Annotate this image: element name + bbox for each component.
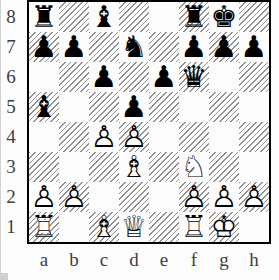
piece-white-pawn[interactable]: ♟♙ xyxy=(59,182,89,212)
square-h7[interactable]: ♟ xyxy=(239,32,269,62)
square-e1[interactable] xyxy=(149,212,179,242)
square-a8[interactable]: ♜ xyxy=(29,2,59,32)
piece-black-bishop[interactable]: ♝ xyxy=(89,2,119,32)
square-a2[interactable]: ♟♙ xyxy=(29,182,59,212)
square-a6[interactable] xyxy=(29,62,59,92)
square-b2[interactable]: ♟♙ xyxy=(59,182,89,212)
square-g3[interactable] xyxy=(209,152,239,182)
piece-black-pawn[interactable]: ♟ xyxy=(149,62,179,92)
square-a4[interactable] xyxy=(29,122,59,152)
piece-black-king[interactable]: ♚ xyxy=(209,2,239,32)
square-f8[interactable]: ♜ xyxy=(179,2,209,32)
square-e3[interactable] xyxy=(149,152,179,182)
square-h8[interactable] xyxy=(239,2,269,32)
chess-board: ♜♝♜♚♟♟♞♟♟♟♟♟♛♝♟♟♙♟♙♝♗♞♘♟♙♟♙♟♙♟♙♟♙♜♖♝♗♛♕♜… xyxy=(27,0,271,244)
piece-white-knight[interactable]: ♞♘ xyxy=(179,152,209,182)
piece-white-outline: ♗ xyxy=(119,152,149,182)
file-label-b: b xyxy=(59,247,89,273)
rank-label-4: 4 xyxy=(0,122,22,152)
piece-white-pawn[interactable]: ♟♙ xyxy=(209,182,239,212)
square-a5[interactable]: ♝ xyxy=(29,92,59,122)
square-a7[interactable]: ♟ xyxy=(29,32,59,62)
square-f5[interactable] xyxy=(179,92,209,122)
piece-black-pawn[interactable]: ♟ xyxy=(89,62,119,92)
rank-label-7: 7 xyxy=(0,32,22,62)
square-f2[interactable]: ♟♙ xyxy=(179,182,209,212)
file-labels: abcdefgh xyxy=(29,247,269,273)
rank-label-8: 8 xyxy=(0,2,22,32)
square-h1[interactable] xyxy=(239,212,269,242)
file-label-c: c xyxy=(89,247,119,273)
square-e5[interactable] xyxy=(149,92,179,122)
square-e8[interactable] xyxy=(149,2,179,32)
board-grid: ♜♝♜♚♟♟♞♟♟♟♟♟♛♝♟♟♙♟♙♝♗♞♘♟♙♟♙♟♙♟♙♟♙♜♖♝♗♛♕♜… xyxy=(29,2,269,242)
file-label-e: e xyxy=(149,247,179,273)
piece-white-outline: ♗ xyxy=(89,212,119,242)
piece-black-pawn[interactable]: ♟ xyxy=(239,32,269,62)
square-e7[interactable] xyxy=(149,32,179,62)
chess-diagram: 87654321 ♜♝♜♚♟♟♞♟♟♟♟♟♛♝♟♟♙♟♙♝♗♞♘♟♙♟♙♟♙♟♙… xyxy=(0,0,279,280)
file-label-h: h xyxy=(239,247,269,273)
square-c2[interactable] xyxy=(89,182,119,212)
square-g4[interactable] xyxy=(209,122,239,152)
square-b5[interactable] xyxy=(59,92,89,122)
piece-white-outline: ♙ xyxy=(29,182,59,212)
square-h2[interactable]: ♟♙ xyxy=(239,182,269,212)
square-d8[interactable] xyxy=(119,2,149,32)
square-c7[interactable] xyxy=(89,32,119,62)
square-f3[interactable]: ♞♘ xyxy=(179,152,209,182)
square-f6[interactable]: ♛ xyxy=(179,62,209,92)
piece-white-bishop[interactable]: ♝♗ xyxy=(119,152,149,182)
square-d6[interactable] xyxy=(119,62,149,92)
rank-label-2: 2 xyxy=(0,182,22,212)
square-d1[interactable]: ♛♕ xyxy=(119,212,149,242)
piece-white-outline: ♖ xyxy=(179,212,209,242)
piece-black-pawn[interactable]: ♟ xyxy=(209,32,239,62)
piece-black-pawn[interactable]: ♟ xyxy=(59,32,89,62)
square-d7[interactable]: ♞ xyxy=(119,32,149,62)
rank-label-3: 3 xyxy=(0,152,22,182)
file-label-d: d xyxy=(119,247,149,273)
piece-white-outline: ♙ xyxy=(119,122,149,152)
file-label-g: g xyxy=(209,247,239,273)
piece-black-bishop[interactable]: ♝ xyxy=(29,92,59,122)
rank-labels: 87654321 xyxy=(0,2,22,242)
piece-white-outline: ♖ xyxy=(29,212,59,242)
square-f1[interactable]: ♜♖ xyxy=(179,212,209,242)
square-f4[interactable] xyxy=(179,122,209,152)
square-g7[interactable]: ♟ xyxy=(209,32,239,62)
square-b4[interactable] xyxy=(59,122,89,152)
square-h6[interactable] xyxy=(239,62,269,92)
square-f7[interactable]: ♟ xyxy=(179,32,209,62)
file-label-f: f xyxy=(179,247,209,273)
piece-black-knight[interactable]: ♞ xyxy=(119,32,149,62)
square-a1[interactable]: ♜♖ xyxy=(29,212,59,242)
window-corner-artifact xyxy=(0,273,8,280)
square-e4[interactable] xyxy=(149,122,179,152)
piece-white-outline: ♘ xyxy=(179,152,209,182)
square-b7[interactable]: ♟ xyxy=(59,32,89,62)
square-e6[interactable]: ♟ xyxy=(149,62,179,92)
piece-white-rook[interactable]: ♜♖ xyxy=(179,212,209,242)
piece-white-pawn[interactable]: ♟♙ xyxy=(239,182,269,212)
piece-white-outline: ♙ xyxy=(179,182,209,212)
rank-label-5: 5 xyxy=(0,92,22,122)
piece-white-outline: ♙ xyxy=(209,182,239,212)
square-b1[interactable] xyxy=(59,212,89,242)
square-d5[interactable]: ♟ xyxy=(119,92,149,122)
square-d2[interactable] xyxy=(119,182,149,212)
square-c8[interactable]: ♝ xyxy=(89,2,119,32)
piece-black-rook[interactable]: ♜ xyxy=(29,2,59,32)
piece-black-pawn[interactable]: ♟ xyxy=(179,32,209,62)
piece-white-bishop[interactable]: ♝♗ xyxy=(89,212,119,242)
square-h4[interactable] xyxy=(239,122,269,152)
piece-black-pawn[interactable]: ♟ xyxy=(29,32,59,62)
square-c1[interactable]: ♝♗ xyxy=(89,212,119,242)
piece-white-outline: ♙ xyxy=(89,122,119,152)
piece-white-pawn[interactable]: ♟♙ xyxy=(179,182,209,212)
piece-white-pawn[interactable]: ♟♙ xyxy=(89,122,119,152)
square-d4[interactable]: ♟♙ xyxy=(119,122,149,152)
piece-white-queen[interactable]: ♛♕ xyxy=(119,212,149,242)
piece-black-rook[interactable]: ♜ xyxy=(179,2,209,32)
square-h5[interactable] xyxy=(239,92,269,122)
square-g6[interactable] xyxy=(209,62,239,92)
square-g5[interactable] xyxy=(209,92,239,122)
file-label-a: a xyxy=(29,247,59,273)
piece-black-queen[interactable]: ♛ xyxy=(179,62,209,92)
square-g1[interactable]: ♚♔ xyxy=(209,212,239,242)
piece-white-outline: ♙ xyxy=(239,182,269,212)
piece-white-king[interactable]: ♚♔ xyxy=(209,212,239,242)
square-d3[interactable]: ♝♗ xyxy=(119,152,149,182)
piece-white-rook[interactable]: ♜♖ xyxy=(29,212,59,242)
square-c3[interactable] xyxy=(89,152,119,182)
square-g2[interactable]: ♟♙ xyxy=(209,182,239,212)
square-h3[interactable] xyxy=(239,152,269,182)
square-c4[interactable]: ♟♙ xyxy=(89,122,119,152)
square-b8[interactable] xyxy=(59,2,89,32)
rank-label-1: 1 xyxy=(0,212,22,242)
piece-white-pawn[interactable]: ♟♙ xyxy=(29,182,59,212)
piece-white-pawn[interactable]: ♟♙ xyxy=(119,122,149,152)
square-e2[interactable] xyxy=(149,182,179,212)
square-g8[interactable]: ♚ xyxy=(209,2,239,32)
square-b3[interactable] xyxy=(59,152,89,182)
piece-black-pawn[interactable]: ♟ xyxy=(119,92,149,122)
rank-label-6: 6 xyxy=(0,62,22,92)
square-a3[interactable] xyxy=(29,152,59,182)
piece-white-outline: ♕ xyxy=(119,212,149,242)
square-c6[interactable]: ♟ xyxy=(89,62,119,92)
square-c5[interactable] xyxy=(89,92,119,122)
piece-white-outline: ♔ xyxy=(209,212,239,242)
piece-white-outline: ♙ xyxy=(59,182,89,212)
square-b6[interactable] xyxy=(59,62,89,92)
